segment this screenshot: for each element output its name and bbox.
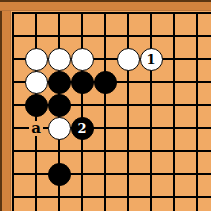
white-stone: [71, 48, 94, 71]
black-stone: [48, 94, 71, 117]
board-frame-top: [0, 0, 211, 11]
board-frame-left: [0, 0, 11, 211]
black-stone: [94, 71, 117, 94]
white-stone: [25, 48, 48, 71]
move-1-stone: 1: [140, 48, 163, 71]
go-board-diagram: 12a: [0, 0, 211, 211]
point-label-a: a: [29, 121, 43, 136]
stones-layer: 12a: [2, 2, 209, 209]
black-stone: [71, 71, 94, 94]
white-stone: [48, 48, 71, 71]
black-stone: [48, 163, 71, 186]
white-stone: [25, 71, 48, 94]
move-2-stone: 2: [71, 117, 94, 140]
black-stone: [48, 71, 71, 94]
white-stone: [48, 117, 71, 140]
black-stone: [25, 94, 48, 117]
white-stone: [117, 48, 140, 71]
